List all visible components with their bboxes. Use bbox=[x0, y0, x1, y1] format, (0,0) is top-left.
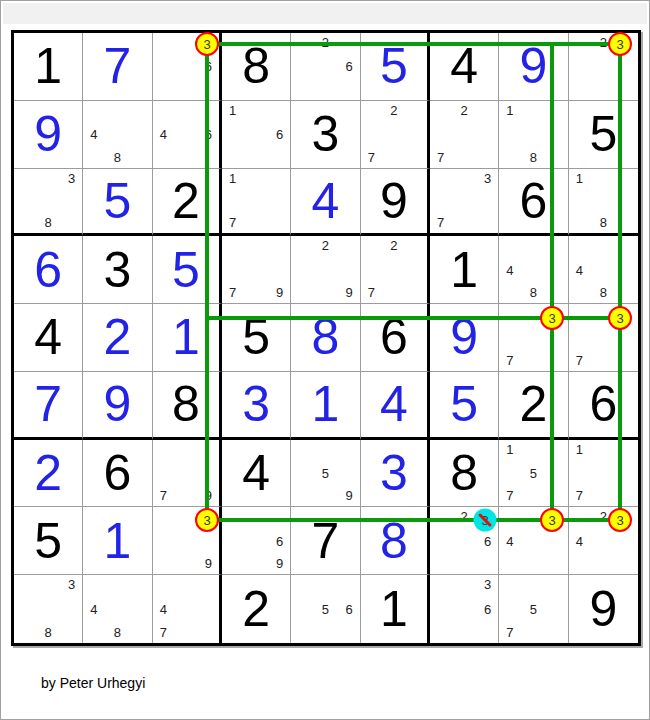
solved-digit: 7 bbox=[83, 33, 151, 100]
cell-r2c6[interactable]: 27 bbox=[361, 101, 430, 169]
cell-r3c7[interactable]: 37 bbox=[430, 169, 499, 237]
given-digit: 2 bbox=[222, 575, 290, 643]
candidate-8: 8 bbox=[114, 626, 121, 639]
candidate-2: 2 bbox=[322, 36, 329, 49]
cell-r7c6[interactable]: 3 bbox=[361, 440, 430, 508]
candidate-9: 9 bbox=[205, 557, 212, 570]
cell-r4c7[interactable]: 1 bbox=[430, 236, 499, 304]
cell-r2c3[interactable]: 46 bbox=[153, 101, 222, 169]
solved-digit: 8 bbox=[291, 304, 359, 371]
candidate-2: 2 bbox=[600, 510, 607, 523]
candidate-1: 1 bbox=[506, 104, 513, 117]
cell-r4c8[interactable]: 48 bbox=[499, 236, 568, 304]
candidate-6: 6 bbox=[484, 603, 491, 616]
cell-r4c1[interactable]: 6 bbox=[14, 236, 83, 304]
cell-r9c7[interactable]: 36 bbox=[430, 575, 499, 643]
cell-r9c8[interactable]: 57 bbox=[499, 575, 568, 643]
cell-r9c9[interactable]: 9 bbox=[569, 575, 638, 643]
cell-r2c7[interactable]: 27 bbox=[430, 101, 499, 169]
candidate-1: 1 bbox=[576, 172, 583, 185]
given-digit: 3 bbox=[291, 101, 359, 168]
cell-r5c5[interactable]: 8 bbox=[291, 304, 360, 372]
given-digit: 3 bbox=[83, 236, 151, 303]
cell-r7c5[interactable]: 59 bbox=[291, 440, 360, 508]
solved-digit: 5 bbox=[153, 236, 219, 303]
cell-r7c2[interactable]: 6 bbox=[83, 440, 152, 508]
solved-digit: 1 bbox=[153, 304, 219, 371]
solved-digit: 7 bbox=[14, 372, 82, 437]
cell-r1c1[interactable]: 1 bbox=[14, 33, 83, 101]
cell-r6c6[interactable]: 4 bbox=[361, 372, 430, 440]
given-digit: 1 bbox=[430, 236, 498, 303]
candidate-2: 2 bbox=[390, 239, 397, 252]
cell-r4c2[interactable]: 3 bbox=[83, 236, 152, 304]
candidate-2: 2 bbox=[600, 36, 607, 49]
cell-r3c5[interactable]: 4 bbox=[291, 169, 360, 237]
cell-r3c4[interactable]: 17 bbox=[222, 169, 291, 237]
candidate-4: 4 bbox=[506, 263, 513, 276]
solved-digit: 3 bbox=[222, 372, 290, 437]
sudoku-board: 1768265492948461632727185385217493761863… bbox=[11, 30, 641, 646]
candidate-3: 3 bbox=[68, 578, 75, 591]
cell-r6c3[interactable]: 8 bbox=[153, 372, 222, 440]
candidate-7: 7 bbox=[506, 354, 513, 367]
cell-r5c2[interactable]: 2 bbox=[83, 304, 152, 372]
cell-r5c3[interactable]: 1 bbox=[153, 304, 222, 372]
cell-r8c2[interactable]: 1 bbox=[83, 507, 152, 575]
solved-digit: 2 bbox=[83, 304, 151, 371]
cell-r3c2[interactable]: 5 bbox=[83, 169, 152, 237]
candidate-6: 6 bbox=[345, 603, 352, 616]
cell-r6c8[interactable]: 2 bbox=[499, 372, 568, 440]
cell-r9c5[interactable]: 56 bbox=[291, 575, 360, 643]
cell-r9c1[interactable]: 38 bbox=[14, 575, 83, 643]
cell-r5c1[interactable]: 4 bbox=[14, 304, 83, 372]
candidate-2: 2 bbox=[461, 510, 468, 523]
candidate-8: 8 bbox=[530, 151, 537, 164]
solved-digit: 9 bbox=[14, 101, 82, 168]
candidate-2: 2 bbox=[390, 104, 397, 117]
candidate-7: 7 bbox=[506, 489, 513, 502]
cell-r3c6[interactable]: 9 bbox=[361, 169, 430, 237]
cell-r7c1[interactable]: 2 bbox=[14, 440, 83, 508]
cell-r8c9[interactable]: 24 bbox=[569, 507, 638, 575]
sudoku-app-window: 1768265492948461632727185385217493761863… bbox=[0, 0, 650, 720]
cell-r3c3[interactable]: 2 bbox=[153, 169, 222, 237]
candidate-8: 8 bbox=[45, 216, 52, 229]
cell-r7c4[interactable]: 4 bbox=[222, 440, 291, 508]
cell-r9c2[interactable]: 48 bbox=[83, 575, 152, 643]
cell-r2c1[interactable]: 9 bbox=[14, 101, 83, 169]
cell-r1c9[interactable]: 2 bbox=[569, 33, 638, 101]
given-digit: 9 bbox=[569, 575, 638, 643]
given-digit: 5 bbox=[222, 304, 290, 371]
solved-digit: 9 bbox=[499, 33, 567, 100]
given-digit: 4 bbox=[14, 304, 82, 371]
cell-r5c7[interactable]: 9 bbox=[430, 304, 499, 372]
candidate-4: 4 bbox=[90, 603, 97, 616]
candidate-9: 9 bbox=[345, 286, 352, 299]
cell-r8c6[interactable]: 8 bbox=[361, 507, 430, 575]
cell-r5c6[interactable]: 6 bbox=[361, 304, 430, 372]
solved-digit: 5 bbox=[361, 33, 427, 100]
solved-digit: 2 bbox=[14, 440, 82, 507]
candidate-2: 2 bbox=[322, 239, 329, 252]
candidate-9: 9 bbox=[276, 286, 283, 299]
candidate-4: 4 bbox=[160, 128, 167, 141]
candidate-5: 5 bbox=[530, 603, 537, 616]
cell-r6c2[interactable]: 9 bbox=[83, 372, 152, 440]
candidate-9: 9 bbox=[205, 489, 212, 502]
cell-r4c5[interactable]: 29 bbox=[291, 236, 360, 304]
given-digit: 4 bbox=[222, 440, 290, 507]
candidate-7: 7 bbox=[160, 626, 167, 639]
candidate-3: 3 bbox=[484, 172, 491, 185]
candidate-8: 8 bbox=[114, 151, 121, 164]
cell-r5c9[interactable]: 7 bbox=[569, 304, 638, 372]
given-digit: 1 bbox=[14, 33, 82, 100]
candidate-2: 2 bbox=[461, 104, 468, 117]
cell-r2c9[interactable]: 5 bbox=[569, 101, 638, 169]
candidate-1: 1 bbox=[576, 443, 583, 456]
given-digit: 8 bbox=[430, 440, 498, 507]
candidate-6: 6 bbox=[276, 128, 283, 141]
candidate-3: 3 bbox=[68, 172, 75, 185]
candidate-6: 6 bbox=[205, 60, 212, 73]
given-digit: 6 bbox=[83, 440, 151, 507]
cell-r5c8[interactable]: 7 bbox=[499, 304, 568, 372]
candidate-5: 5 bbox=[530, 467, 537, 480]
cell-r7c7[interactable]: 8 bbox=[430, 440, 499, 508]
cell-r3c1[interactable]: 38 bbox=[14, 169, 83, 237]
cell-r2c2[interactable]: 48 bbox=[83, 101, 152, 169]
candidate-8: 8 bbox=[600, 286, 607, 299]
cell-r9c4[interactable]: 2 bbox=[222, 575, 291, 643]
cell-r6c7[interactable]: 5 bbox=[430, 372, 499, 440]
candidate-5: 5 bbox=[322, 603, 329, 616]
cell-r1c3[interactable]: 6 bbox=[153, 33, 222, 101]
given-digit: 6 bbox=[499, 169, 567, 234]
cell-r8c5[interactable]: 7 bbox=[291, 507, 360, 575]
cell-r4c6[interactable]: 27 bbox=[361, 236, 430, 304]
cell-r2c5[interactable]: 3 bbox=[291, 101, 360, 169]
cell-r6c4[interactable]: 3 bbox=[222, 372, 291, 440]
candidate-7: 7 bbox=[368, 151, 375, 164]
candidate-5: 5 bbox=[322, 467, 329, 480]
solved-digit: 3 bbox=[361, 440, 427, 507]
cell-r9c6[interactable]: 1 bbox=[361, 575, 430, 643]
solved-digit: 9 bbox=[430, 304, 498, 371]
author-credit: by Peter Urhegyi bbox=[41, 675, 145, 691]
cell-r8c7[interactable]: 26 bbox=[430, 507, 499, 575]
candidate-4: 4 bbox=[506, 534, 513, 547]
cell-r8c4[interactable]: 69 bbox=[222, 507, 291, 575]
solved-digit: 4 bbox=[361, 372, 427, 437]
candidate-8: 8 bbox=[600, 216, 607, 229]
cell-r1c8[interactable]: 9 bbox=[499, 33, 568, 101]
solved-digit: 5 bbox=[430, 372, 498, 437]
candidate-9: 9 bbox=[345, 489, 352, 502]
cell-r1c2[interactable]: 7 bbox=[83, 33, 152, 101]
cell-r2c8[interactable]: 18 bbox=[499, 101, 568, 169]
cell-r1c5[interactable]: 26 bbox=[291, 33, 360, 101]
given-digit: 7 bbox=[291, 507, 359, 574]
given-digit: 5 bbox=[569, 101, 638, 168]
candidate-6: 6 bbox=[205, 128, 212, 141]
cell-r4c3[interactable]: 5 bbox=[153, 236, 222, 304]
cell-r4c4[interactable]: 79 bbox=[222, 236, 291, 304]
cell-r9c3[interactable]: 47 bbox=[153, 575, 222, 643]
candidate-4: 4 bbox=[576, 263, 583, 276]
candidate-7: 7 bbox=[576, 354, 583, 367]
candidate-7: 7 bbox=[160, 489, 167, 502]
solved-digit: 1 bbox=[83, 507, 151, 574]
cell-r7c8[interactable]: 157 bbox=[499, 440, 568, 508]
candidate-9: 9 bbox=[276, 557, 283, 570]
candidate-1: 1 bbox=[506, 443, 513, 456]
candidate-1: 1 bbox=[229, 172, 236, 185]
solved-digit: 9 bbox=[83, 372, 151, 437]
cell-r1c4[interactable]: 8 bbox=[222, 33, 291, 101]
given-digit: 1 bbox=[361, 575, 427, 643]
candidate-7: 7 bbox=[576, 489, 583, 502]
given-digit: 6 bbox=[569, 372, 638, 437]
candidate-4: 4 bbox=[90, 128, 97, 141]
given-digit: 8 bbox=[222, 33, 290, 100]
given-digit: 8 bbox=[153, 372, 219, 437]
given-digit: 4 bbox=[430, 33, 498, 100]
cell-r8c8[interactable]: 4 bbox=[499, 507, 568, 575]
candidate-8: 8 bbox=[45, 626, 52, 639]
cell-r1c6[interactable]: 5 bbox=[361, 33, 430, 101]
cell-r4c9[interactable]: 48 bbox=[569, 236, 638, 304]
cell-r6c5[interactable]: 1 bbox=[291, 372, 360, 440]
cell-r3c9[interactable]: 18 bbox=[569, 169, 638, 237]
solved-digit: 1 bbox=[291, 372, 359, 437]
candidate-7: 7 bbox=[437, 151, 444, 164]
candidate-1: 1 bbox=[229, 104, 236, 117]
cell-r6c1[interactable]: 7 bbox=[14, 372, 83, 440]
given-digit: 5 bbox=[14, 507, 82, 574]
cell-r8c3[interactable]: 9 bbox=[153, 507, 222, 575]
candidate-7: 7 bbox=[368, 286, 375, 299]
solved-digit: 5 bbox=[83, 169, 151, 234]
solved-digit: 6 bbox=[14, 236, 82, 303]
candidate-7: 7 bbox=[229, 216, 236, 229]
cell-r3c8[interactable]: 6 bbox=[499, 169, 568, 237]
given-digit: 6 bbox=[361, 304, 427, 371]
given-digit: 2 bbox=[153, 169, 219, 234]
candidate-4: 4 bbox=[160, 603, 167, 616]
candidate-7: 7 bbox=[506, 626, 513, 639]
candidate-8: 8 bbox=[530, 286, 537, 299]
candidate-4: 4 bbox=[576, 534, 583, 547]
given-digit: 2 bbox=[499, 372, 567, 437]
cell-r8c1[interactable]: 5 bbox=[14, 507, 83, 575]
cell-r7c3[interactable]: 79 bbox=[153, 440, 222, 508]
window-top-strip bbox=[3, 3, 647, 24]
solved-digit: 8 bbox=[361, 507, 427, 574]
candidate-6: 6 bbox=[345, 60, 352, 73]
given-digit: 9 bbox=[361, 169, 427, 234]
candidate-7: 7 bbox=[437, 216, 444, 229]
candidate-6: 6 bbox=[276, 534, 283, 547]
candidate-3: 3 bbox=[484, 578, 491, 591]
cell-r2c4[interactable]: 16 bbox=[222, 101, 291, 169]
solved-digit: 4 bbox=[291, 169, 359, 234]
cell-r1c7[interactable]: 4 bbox=[430, 33, 499, 101]
cell-r7c9[interactable]: 17 bbox=[569, 440, 638, 508]
cell-r5c4[interactable]: 5 bbox=[222, 304, 291, 372]
candidate-7: 7 bbox=[229, 286, 236, 299]
cell-r6c9[interactable]: 6 bbox=[569, 372, 638, 440]
candidate-6: 6 bbox=[484, 534, 491, 547]
